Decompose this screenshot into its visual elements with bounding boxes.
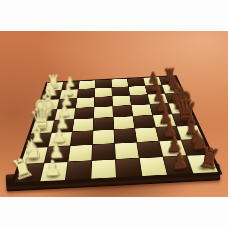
square-c3 [71, 131, 93, 146]
chessboard: ♜♟♟♜♞♟♟♞♝♟♟♝♚♟♟♚♛♟♟♛♝♟♟♝♞♟♟♞♜♟♟♜ [10, 75, 222, 185]
square-c5 [114, 129, 136, 144]
square-b4 [92, 144, 115, 161]
board-tilt: ♜♟♟♜♞♟♟♞♝♟♟♝♚♟♟♚♛♟♟♛♝♟♟♝♞♟♟♞♜♟♟♜ [10, 75, 222, 185]
square-e4 [94, 106, 113, 118]
piece-black-rook: ♜ [197, 143, 221, 173]
square-a3 [66, 161, 91, 180]
square-a5 [116, 158, 142, 177]
square-d3 [73, 118, 94, 131]
perspective-wrapper: ♜♟♟♜♞♟♟♞♝♟♟♝♚♟♟♚♛♟♟♛♝♟♟♝♞♟♟♞♜♟♟♜ [0, 31, 223, 185]
square-f5 [112, 96, 130, 106]
square-b6 [137, 141, 162, 157]
square-c4 [93, 130, 114, 145]
square-a8: ♜ [187, 155, 218, 174]
product-photo-thumbnail[interactable]: ♜♟♟♜♞♟♟♞♝♟♟♝♚♟♟♚♛♟♟♛♝♟♟♝♞♟♟♞♜♟♟♜ [0, 0, 228, 228]
photo-region: ♜♟♟♜♞♟♟♞♝♟♟♝♚♟♟♚♛♟♟♛♝♟♟♝♞♟♟♞♜♟♟♜ [0, 31, 228, 197]
square-f6 [130, 95, 149, 105]
square-d5 [114, 116, 135, 129]
square-a2: ♟ [40, 162, 67, 181]
square-a1: ♜ [15, 163, 44, 182]
square-a4 [91, 160, 116, 179]
square-b5 [115, 143, 139, 159]
square-a7: ♟ [163, 156, 192, 175]
square-d4 [93, 117, 113, 130]
square-e3 [74, 107, 93, 119]
square-d6 [133, 115, 155, 128]
piece-black-pawn: ♟ [170, 151, 188, 173]
square-a6 [140, 157, 167, 176]
square-f3 [76, 97, 94, 107]
square-e5 [113, 105, 133, 117]
square-c6 [135, 128, 158, 142]
square-f4 [94, 96, 112, 106]
square-b3 [68, 145, 92, 162]
piece-white-pawn: ♟ [43, 158, 61, 180]
square-e6 [132, 104, 153, 115]
